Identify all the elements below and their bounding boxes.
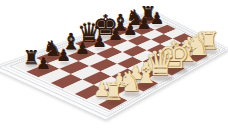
chess-set-product-photo: ♜♟♞♟♝♟♚♟♛♟♟♝♜♟♟♞♞♟♟♝♜♟♚♟♟♛♟♝♟♞♟♜ [0, 0, 228, 128]
chess-board [0, 0, 228, 128]
